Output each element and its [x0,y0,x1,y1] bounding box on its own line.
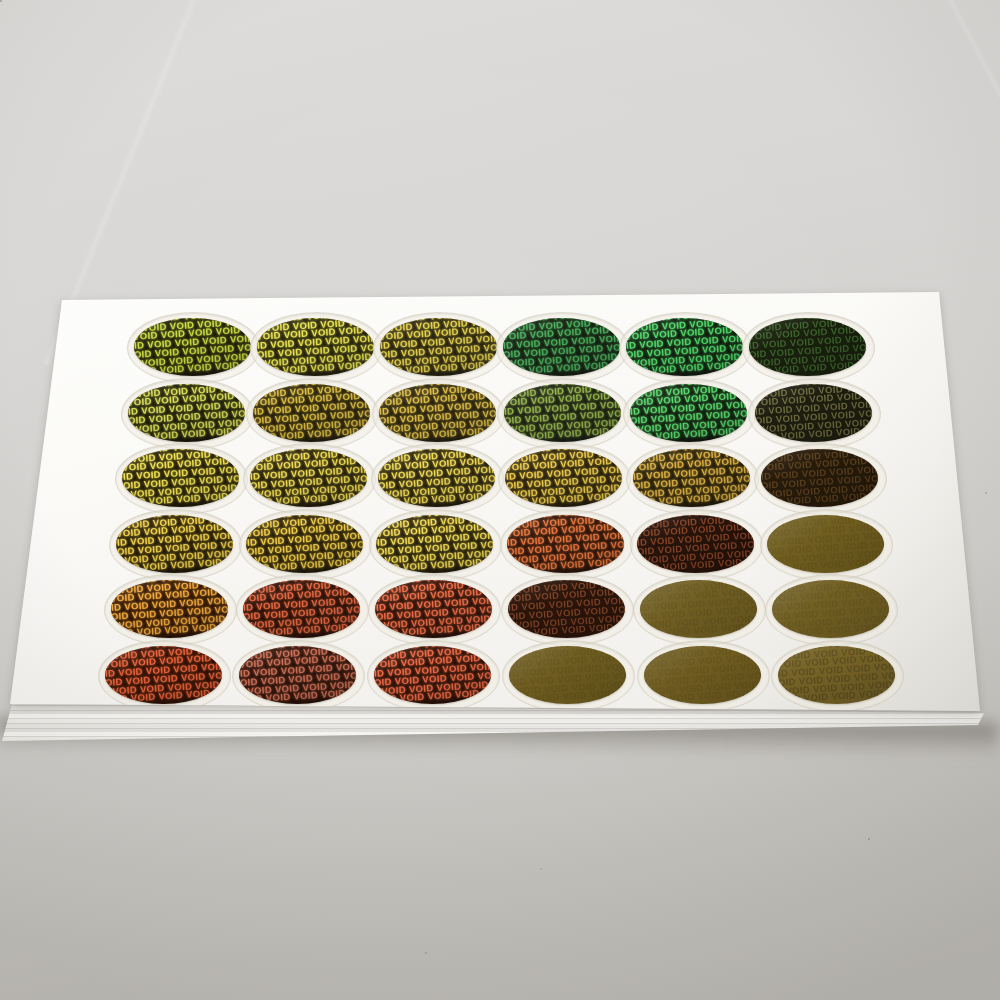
void-text-lines: VOID VOID VOID VOID VOID VOID VOIDVOID V… [504,384,621,442]
void-text-lines: VOID VOID VOID VOID VOID VOID VOIDVOID V… [505,449,622,507]
void-text-lines: VOID VOID VOID VOID VOID VOID VOIDVOID V… [243,580,360,638]
void-hologram-sticker: VOID VOID VOID VOID VOID VOID VOIDVOID V… [134,318,251,376]
void-hologram-sticker: VOID VOID VOID VOID VOID VOID VOIDVOID V… [257,318,374,376]
void-text-lines: VOID VOID VOID VOID VOID VOID VOIDVOID V… [640,580,757,638]
void-hologram-sticker: VOID VOID VOID VOID VOID VOID VOIDVOID V… [761,449,878,507]
void-text-lines: VOID VOID VOID VOID VOID VOID VOIDVOID V… [626,318,743,376]
void-hologram-sticker: VOID VOID VOID VOID VOID VOID VOIDVOID V… [509,646,626,704]
void-text-lines: VOID VOID VOID VOID VOID VOID VOIDVOID V… [250,449,367,507]
void-text-lines: VOID VOID VOID VOID VOID VOID VOIDVOID V… [257,318,374,376]
void-text-lines: VOID VOID VOID VOID VOID VOID VOIDVOID V… [630,384,747,442]
void-text-lines: VOID VOID VOID VOID VOID VOID VOIDVOID V… [116,515,233,573]
void-text-lines: VOID VOID VOID VOID VOID VOID VOIDVOID V… [246,515,363,573]
void-text-lines: VOID VOID VOID VOID VOID VOID VOIDVOID V… [134,318,251,376]
void-text-lines: VOID VOID VOID VOID VOID VOID VOIDVOID V… [376,515,493,573]
void-hologram-sticker: VOID VOID VOID VOID VOID VOID VOIDVOID V… [128,384,245,442]
void-text-lines: VOID VOID VOID VOID VOID VOID VOIDVOID V… [633,449,750,507]
void-hologram-sticker: VOID VOID VOID VOID VOID VOID VOIDVOID V… [122,449,239,507]
void-hologram-sticker: VOID VOID VOID VOID VOID VOID VOIDVOID V… [640,580,757,638]
void-text-lines: VOID VOID VOID VOID VOID VOID VOIDVOID V… [749,318,866,376]
void-hologram-sticker: VOID VOID VOID VOID VOID VOID VOIDVOID V… [755,384,872,442]
void-hologram-sticker: VOID VOID VOID VOID VOID VOID VOIDVOID V… [243,580,360,638]
void-hologram-sticker: VOID VOID VOID VOID VOID VOID VOIDVOID V… [374,646,491,704]
sticker-grid: VOID VOID VOID VOID VOID VOID VOIDVOID V… [10,292,988,722]
void-text-lines: VOID VOID VOID VOID VOID VOID VOIDVOID V… [380,318,497,376]
void-hologram-sticker: VOID VOID VOID VOID VOID VOID VOIDVOID V… [637,515,754,573]
void-text-lines: VOID VOID VOID VOID VOID VOID VOIDVOID V… [374,646,491,704]
void-hologram-sticker: VOID VOID VOID VOID VOID VOID VOIDVOID V… [749,318,866,376]
void-hologram-sticker: VOID VOID VOID VOID VOID VOID VOIDVOID V… [380,318,497,376]
void-hologram-sticker: VOID VOID VOID VOID VOID VOID VOIDVOID V… [378,449,495,507]
void-hologram-sticker: VOID VOID VOID VOID VOID VOID VOIDVOID V… [626,318,743,376]
void-hologram-sticker: VOID VOID VOID VOID VOID VOID VOIDVOID V… [379,384,496,442]
void-text-lines: VOID VOID VOID VOID VOID VOID VOIDVOID V… [128,384,245,442]
void-hologram-sticker: VOID VOID VOID VOID VOID VOID VOIDVOID V… [239,646,356,704]
void-hologram-sticker: VOID VOID VOID VOID VOID VOID VOIDVOID V… [507,515,624,573]
void-text-lines: VOID VOID VOID VOID VOID VOID VOIDVOID V… [644,646,761,704]
void-hologram-sticker: VOID VOID VOID VOID VOID VOID VOIDVOID V… [246,515,363,573]
void-text-lines: VOID VOID VOID VOID VOID VOID VOIDVOID V… [508,580,625,638]
void-hologram-sticker: VOID VOID VOID VOID VOID VOID VOIDVOID V… [772,580,889,638]
dust-specks [0,0,2,2]
void-hologram-sticker: VOID VOID VOID VOID VOID VOID VOIDVOID V… [375,580,492,638]
void-text-lines: VOID VOID VOID VOID VOID VOID VOIDVOID V… [509,646,626,704]
top-sheet: VOID VOID VOID VOID VOID VOID VOIDVOID V… [10,292,988,722]
photo-canvas: VOID VOID VOID VOID VOID VOID VOIDVOID V… [0,0,1000,1000]
void-text-lines: VOID VOID VOID VOID VOID VOID VOIDVOID V… [253,384,370,442]
void-text-lines: VOID VOID VOID VOID VOID VOID VOIDVOID V… [761,449,878,507]
void-text-lines: VOID VOID VOID VOID VOID VOID VOIDVOID V… [755,384,872,442]
void-hologram-sticker: VOID VOID VOID VOID VOID VOID VOIDVOID V… [376,515,493,573]
void-hologram-sticker: VOID VOID VOID VOID VOID VOID VOIDVOID V… [633,449,750,507]
void-text-lines: VOID VOID VOID VOID VOID VOID VOIDVOID V… [503,318,620,376]
void-text-lines: VOID VOID VOID VOID VOID VOID VOIDVOID V… [111,580,228,638]
void-text-lines: VOID VOID VOID VOID VOID VOID VOIDVOID V… [122,449,239,507]
void-text-lines: VOID VOID VOID VOID VOID VOID VOIDVOID V… [105,646,222,704]
void-hologram-sticker: VOID VOID VOID VOID VOID VOID VOIDVOID V… [503,318,620,376]
void-hologram-sticker: VOID VOID VOID VOID VOID VOID VOIDVOID V… [508,580,625,638]
void-text-lines: VOID VOID VOID VOID VOID VOID VOIDVOID V… [767,515,884,573]
void-hologram-sticker: VOID VOID VOID VOID VOID VOID VOIDVOID V… [111,580,228,638]
void-hologram-sticker: VOID VOID VOID VOID VOID VOID VOIDVOID V… [116,515,233,573]
void-text-lines: VOID VOID VOID VOID VOID VOID VOIDVOID V… [239,646,356,704]
top-sheet-wrap: VOID VOID VOID VOID VOID VOID VOIDVOID V… [10,292,988,722]
void-text-lines: VOID VOID VOID VOID VOID VOID VOIDVOID V… [375,580,492,638]
void-text-lines: VOID VOID VOID VOID VOID VOID VOIDVOID V… [379,384,496,442]
void-text-lines: VOID VOID VOID VOID VOID VOID VOIDVOID V… [637,515,754,573]
void-hologram-sticker: VOID VOID VOID VOID VOID VOID VOIDVOID V… [644,646,761,704]
void-hologram-sticker: VOID VOID VOID VOID VOID VOID VOIDVOID V… [778,646,895,704]
void-text-lines: VOID VOID VOID VOID VOID VOID VOIDVOID V… [507,515,624,573]
void-hologram-sticker: VOID VOID VOID VOID VOID VOID VOIDVOID V… [250,449,367,507]
void-text-lines: VOID VOID VOID VOID VOID VOID VOIDVOID V… [778,646,895,704]
void-hologram-sticker: VOID VOID VOID VOID VOID VOID VOIDVOID V… [105,646,222,704]
void-hologram-sticker: VOID VOID VOID VOID VOID VOID VOIDVOID V… [767,515,884,573]
void-hologram-sticker: VOID VOID VOID VOID VOID VOID VOIDVOID V… [253,384,370,442]
void-text-lines: VOID VOID VOID VOID VOID VOID VOIDVOID V… [378,449,495,507]
void-text-lines: VOID VOID VOID VOID VOID VOID VOIDVOID V… [772,580,889,638]
sticker-sheet-stack: VOID VOID VOID VOID VOID VOID VOIDVOID V… [10,292,992,770]
void-hologram-sticker: VOID VOID VOID VOID VOID VOID VOIDVOID V… [504,384,621,442]
void-hologram-sticker: VOID VOID VOID VOID VOID VOID VOIDVOID V… [630,384,747,442]
void-hologram-sticker: VOID VOID VOID VOID VOID VOID VOIDVOID V… [505,449,622,507]
